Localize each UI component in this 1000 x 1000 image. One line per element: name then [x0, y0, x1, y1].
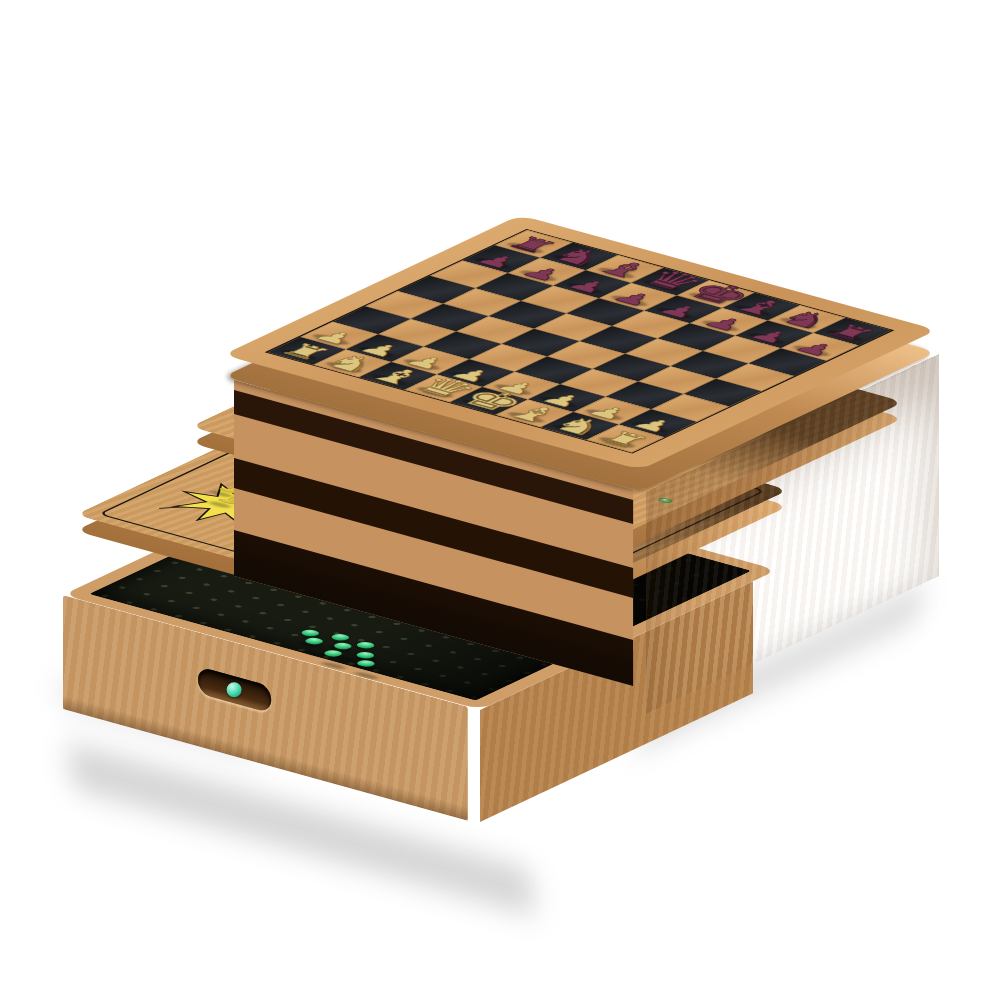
marble-in-handle[interactable]: [227, 682, 242, 697]
green-marble[interactable]: [328, 633, 352, 642]
drawer-handle-slot[interactable]: [198, 666, 271, 713]
green-marble[interactable]: [353, 641, 377, 650]
green-marble[interactable]: [298, 629, 322, 638]
product-photo-wooden-game-chest: ♜♞♝♛♚♝♞♜♟♟♟♟♟♟♟♟♟♟♟♟♟♟♟♟♜♞♝♛♚♝♞♜: [0, 0, 1000, 1000]
